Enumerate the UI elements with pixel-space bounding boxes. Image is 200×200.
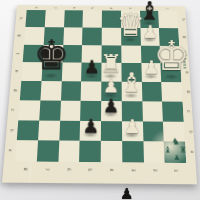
square[interactable]	[61, 63, 81, 82]
square[interactable]	[25, 10, 45, 27]
square[interactable]	[102, 27, 121, 45]
square[interactable]	[122, 121, 143, 142]
square[interactable]	[80, 120, 101, 141]
chess-board	[15, 10, 186, 163]
brand-text: ®chess	[181, 49, 188, 69]
square[interactable]	[140, 11, 160, 28]
coordinate-label: 3	[130, 169, 135, 172]
square[interactable]	[38, 120, 60, 141]
coordinate-label: 5	[87, 168, 92, 171]
coordinate-label: d	[185, 90, 190, 93]
coordinate-label: h	[18, 17, 22, 19]
square[interactable]	[142, 101, 163, 121]
square[interactable]	[140, 28, 160, 46]
square[interactable]	[101, 101, 122, 121]
coordinate-label: 8	[34, 6, 37, 8]
coordinate-label: g	[16, 34, 20, 36]
square[interactable]	[122, 101, 143, 121]
coordinate-label: 5	[90, 7, 93, 9]
square[interactable]	[62, 45, 82, 63]
square[interactable]	[101, 82, 121, 101]
square[interactable]	[101, 63, 121, 82]
square[interactable]	[121, 28, 141, 46]
square[interactable]	[159, 28, 179, 46]
square[interactable]	[61, 81, 82, 100]
square[interactable]	[60, 100, 81, 120]
square[interactable]	[59, 120, 81, 141]
square[interactable]	[140, 45, 160, 63]
coordinate-label: f	[182, 54, 186, 55]
coordinate-label: 4	[109, 7, 112, 9]
coordinate-label: 3	[127, 7, 130, 9]
square[interactable]	[101, 45, 121, 63]
table-background: hgfedcbahgfedcba8765432187654321 ♞♝♜♟ ®c…	[0, 0, 200, 200]
square[interactable]	[15, 140, 38, 161]
coordinate-label: 7	[52, 6, 55, 8]
square[interactable]	[43, 27, 63, 45]
coordinate-label: h	[181, 18, 185, 20]
square[interactable]	[17, 120, 39, 141]
square[interactable]	[44, 10, 64, 27]
coordinate-label: 7	[43, 168, 48, 171]
square[interactable]	[82, 27, 102, 45]
square[interactable]	[158, 11, 178, 28]
coordinate-label: 2	[146, 7, 149, 9]
square[interactable]	[80, 101, 101, 121]
captured-black-pawn: ♟	[120, 187, 133, 200]
square[interactable]	[39, 100, 61, 120]
coordinate-label: 6	[65, 168, 70, 171]
square[interactable]	[102, 11, 121, 28]
square[interactable]	[122, 141, 144, 162]
square[interactable]	[23, 44, 44, 62]
coordinate-label: d	[12, 89, 17, 92]
square[interactable]	[141, 82, 162, 101]
coordinate-labels: hgfedcbahgfedcba8765432187654321	[17, 5, 185, 6]
square[interactable]	[37, 141, 59, 162]
coordinate-label: e	[13, 70, 18, 73]
square[interactable]	[21, 62, 42, 81]
chess-mat: hgfedcbahgfedcba8765432187654321 ♞♝♜♟ ®c…	[2, 5, 197, 184]
square[interactable]	[160, 45, 180, 63]
square[interactable]	[121, 45, 141, 63]
coordinate-label: e	[184, 71, 188, 74]
coordinate-label: 2	[151, 169, 156, 172]
square[interactable]	[79, 141, 101, 162]
coordinate-label: a	[7, 149, 12, 152]
square[interactable]	[63, 27, 83, 45]
coordinate-label: g	[182, 35, 186, 37]
square[interactable]	[121, 63, 141, 82]
coordinate-label: f	[14, 52, 18, 53]
square[interactable]	[42, 44, 62, 62]
square[interactable]	[81, 63, 101, 82]
coordinate-label: b	[9, 128, 14, 131]
square[interactable]	[58, 141, 80, 162]
coordinate-label: 4	[108, 168, 113, 171]
square[interactable]	[40, 81, 61, 100]
coordinate-label: c	[10, 109, 15, 111]
coordinate-label: 8	[22, 168, 27, 171]
square[interactable]	[18, 100, 40, 120]
square[interactable]	[101, 121, 122, 142]
square[interactable]	[82, 45, 102, 63]
square[interactable]	[24, 27, 44, 45]
square[interactable]	[121, 82, 142, 101]
square[interactable]	[64, 10, 84, 27]
coordinate-label: 1	[173, 169, 178, 172]
square[interactable]	[161, 63, 182, 82]
square[interactable]	[20, 81, 41, 100]
coordinate-label: 1	[165, 7, 168, 9]
square[interactable]	[162, 101, 184, 121]
coordinate-label: 6	[71, 6, 74, 8]
square[interactable]	[81, 81, 102, 100]
coordinate-label: c	[186, 110, 191, 112]
square[interactable]	[161, 82, 182, 101]
square[interactable]	[101, 141, 122, 162]
square[interactable]	[83, 10, 102, 27]
square[interactable]	[41, 62, 62, 81]
square[interactable]	[121, 11, 140, 28]
square[interactable]	[141, 63, 162, 82]
